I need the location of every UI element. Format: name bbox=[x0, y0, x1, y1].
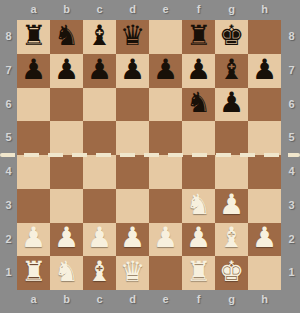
white-pawn-piece[interactable]: ♟ bbox=[219, 191, 244, 219]
square-h7[interactable]: ♟ bbox=[248, 54, 281, 88]
square-d6[interactable] bbox=[116, 88, 149, 122]
square-c2[interactable]: ♟ bbox=[83, 223, 116, 257]
white-knight-piece[interactable]: ♞ bbox=[186, 191, 211, 219]
white-pawn-piece[interactable]: ♟ bbox=[87, 224, 112, 252]
square-b5[interactable] bbox=[50, 121, 83, 155]
square-e4[interactable] bbox=[149, 155, 182, 189]
square-d8[interactable]: ♛ bbox=[116, 20, 149, 54]
square-e6[interactable] bbox=[149, 88, 182, 122]
file-label-top-c: c bbox=[83, 3, 116, 15]
square-b1[interactable]: ♞ bbox=[50, 256, 83, 290]
square-f4[interactable] bbox=[182, 155, 215, 189]
square-c3[interactable] bbox=[83, 189, 116, 223]
square-h6[interactable] bbox=[248, 88, 281, 122]
chess-app-window: ♜♞♝♛♜♚♟♟♟♟♟♟♝♟♞♟♞♟♟♟♟♟♟♟♝♟♜♞♝♛♜♚ aabbccd… bbox=[0, 0, 300, 313]
square-a2[interactable]: ♟ bbox=[17, 223, 50, 257]
square-e7[interactable]: ♟ bbox=[149, 54, 182, 88]
square-d4[interactable] bbox=[116, 155, 149, 189]
square-g7[interactable]: ♝ bbox=[215, 54, 248, 88]
rank-label-left-4: 4 bbox=[0, 155, 17, 189]
file-label-bottom-c: c bbox=[83, 293, 116, 305]
square-a3[interactable] bbox=[17, 189, 50, 223]
file-label-bottom-e: e bbox=[149, 293, 182, 305]
square-f8[interactable]: ♜ bbox=[182, 20, 215, 54]
square-g4[interactable] bbox=[215, 155, 248, 189]
black-bishop-piece[interactable]: ♝ bbox=[219, 56, 244, 84]
white-rook-piece[interactable]: ♜ bbox=[21, 258, 46, 286]
square-c6[interactable] bbox=[83, 88, 116, 122]
file-label-bottom-g: g bbox=[215, 293, 248, 305]
square-f1[interactable]: ♜ bbox=[182, 256, 215, 290]
rank-label-right-6: 6 bbox=[283, 88, 300, 122]
square-g3[interactable]: ♟ bbox=[215, 189, 248, 223]
file-label-bottom-h: h bbox=[248, 293, 281, 305]
square-d3[interactable] bbox=[116, 189, 149, 223]
rank-label-left-6: 6 bbox=[0, 88, 17, 122]
square-e8[interactable] bbox=[149, 20, 182, 54]
file-label-top-h: h bbox=[248, 3, 281, 15]
rank-label-right-8: 8 bbox=[283, 20, 300, 54]
rank-label-right-4: 4 bbox=[283, 155, 300, 189]
white-queen-piece[interactable]: ♛ bbox=[120, 258, 145, 286]
rank-label-right-1: 1 bbox=[283, 256, 300, 290]
square-h1[interactable] bbox=[248, 256, 281, 290]
square-c8[interactable]: ♝ bbox=[83, 20, 116, 54]
black-pawn-piece[interactable]: ♟ bbox=[153, 56, 178, 84]
file-label-top-b: b bbox=[50, 3, 83, 15]
square-g1[interactable]: ♚ bbox=[215, 256, 248, 290]
rank-label-right-2: 2 bbox=[283, 223, 300, 257]
square-f5[interactable] bbox=[182, 121, 215, 155]
black-knight-piece[interactable]: ♞ bbox=[186, 89, 211, 117]
white-pawn-piece[interactable]: ♟ bbox=[153, 224, 178, 252]
black-pawn-piece[interactable]: ♟ bbox=[186, 56, 211, 84]
square-d5[interactable] bbox=[116, 121, 149, 155]
square-b3[interactable] bbox=[50, 189, 83, 223]
square-h2[interactable]: ♟ bbox=[248, 223, 281, 257]
rank-label-left-1: 1 bbox=[0, 256, 17, 290]
white-pawn-piece[interactable]: ♟ bbox=[252, 224, 277, 252]
square-d1[interactable]: ♛ bbox=[116, 256, 149, 290]
black-bishop-piece[interactable]: ♝ bbox=[87, 22, 112, 50]
file-label-bottom-d: d bbox=[116, 293, 149, 305]
black-pawn-piece[interactable]: ♟ bbox=[120, 56, 145, 84]
rank-label-left-7: 7 bbox=[0, 54, 17, 88]
square-h8[interactable] bbox=[248, 20, 281, 54]
black-pawn-piece[interactable]: ♟ bbox=[219, 89, 244, 117]
square-d7[interactable]: ♟ bbox=[116, 54, 149, 88]
square-e1[interactable] bbox=[149, 256, 182, 290]
square-c5[interactable] bbox=[83, 121, 116, 155]
square-f3[interactable]: ♞ bbox=[182, 189, 215, 223]
black-knight-piece[interactable]: ♞ bbox=[54, 22, 79, 50]
file-label-top-e: e bbox=[149, 3, 182, 15]
square-a6[interactable] bbox=[17, 88, 50, 122]
black-pawn-piece[interactable]: ♟ bbox=[252, 56, 277, 84]
file-label-bottom-a: a bbox=[17, 293, 50, 305]
file-label-top-a: a bbox=[17, 3, 50, 15]
rank-label-left-5: 5 bbox=[0, 121, 17, 155]
square-g2[interactable]: ♝ bbox=[215, 223, 248, 257]
square-f2[interactable]: ♟ bbox=[182, 223, 215, 257]
square-c4[interactable] bbox=[83, 155, 116, 189]
square-b7[interactable]: ♟ bbox=[50, 54, 83, 88]
white-bishop-piece[interactable]: ♝ bbox=[87, 258, 112, 286]
white-pawn-piece[interactable]: ♟ bbox=[21, 224, 46, 252]
square-g6[interactable]: ♟ bbox=[215, 88, 248, 122]
rank-label-left-8: 8 bbox=[0, 20, 17, 54]
square-e5[interactable] bbox=[149, 121, 182, 155]
square-d2[interactable]: ♟ bbox=[116, 223, 149, 257]
square-h4[interactable] bbox=[248, 155, 281, 189]
file-label-top-f: f bbox=[182, 3, 215, 15]
square-b4[interactable] bbox=[50, 155, 83, 189]
black-king-piece[interactable]: ♚ bbox=[219, 22, 244, 50]
square-e2[interactable]: ♟ bbox=[149, 223, 182, 257]
square-e3[interactable] bbox=[149, 189, 182, 223]
white-pawn-piece[interactable]: ♟ bbox=[54, 224, 79, 252]
rank-label-left-2: 2 bbox=[0, 223, 17, 257]
white-bishop-piece[interactable]: ♝ bbox=[219, 224, 244, 252]
square-a8[interactable]: ♜ bbox=[17, 20, 50, 54]
black-rook-piece[interactable]: ♜ bbox=[186, 22, 211, 50]
square-a7[interactable]: ♟ bbox=[17, 54, 50, 88]
white-king-piece[interactable]: ♚ bbox=[219, 258, 244, 286]
square-g5[interactable] bbox=[215, 121, 248, 155]
square-a4[interactable] bbox=[17, 155, 50, 189]
black-pawn-piece[interactable]: ♟ bbox=[87, 56, 112, 84]
file-label-top-g: g bbox=[215, 3, 248, 15]
square-h5[interactable] bbox=[248, 121, 281, 155]
square-b6[interactable] bbox=[50, 88, 83, 122]
rank-label-left-3: 3 bbox=[0, 189, 17, 223]
white-pawn-piece[interactable]: ♟ bbox=[186, 224, 211, 252]
rank-label-right-7: 7 bbox=[283, 54, 300, 88]
square-b2[interactable]: ♟ bbox=[50, 223, 83, 257]
black-pawn-piece[interactable]: ♟ bbox=[21, 56, 46, 84]
board-midline-divider bbox=[0, 153, 300, 157]
white-pawn-piece[interactable]: ♟ bbox=[120, 224, 145, 252]
black-pawn-piece[interactable]: ♟ bbox=[54, 56, 79, 84]
square-c1[interactable]: ♝ bbox=[83, 256, 116, 290]
square-f6[interactable]: ♞ bbox=[182, 88, 215, 122]
black-rook-piece[interactable]: ♜ bbox=[21, 22, 46, 50]
square-b8[interactable]: ♞ bbox=[50, 20, 83, 54]
square-a1[interactable]: ♜ bbox=[17, 256, 50, 290]
square-c7[interactable]: ♟ bbox=[83, 54, 116, 88]
black-queen-piece[interactable]: ♛ bbox=[120, 22, 145, 50]
square-h3[interactable] bbox=[248, 189, 281, 223]
file-label-bottom-b: b bbox=[50, 293, 83, 305]
white-rook-piece[interactable]: ♜ bbox=[186, 258, 211, 286]
file-label-bottom-f: f bbox=[182, 293, 215, 305]
file-label-top-d: d bbox=[116, 3, 149, 15]
rank-label-right-3: 3 bbox=[283, 189, 300, 223]
square-a5[interactable] bbox=[17, 121, 50, 155]
square-g8[interactable]: ♚ bbox=[215, 20, 248, 54]
white-knight-piece[interactable]: ♞ bbox=[54, 258, 79, 286]
square-f7[interactable]: ♟ bbox=[182, 54, 215, 88]
rank-label-right-5: 5 bbox=[283, 121, 300, 155]
